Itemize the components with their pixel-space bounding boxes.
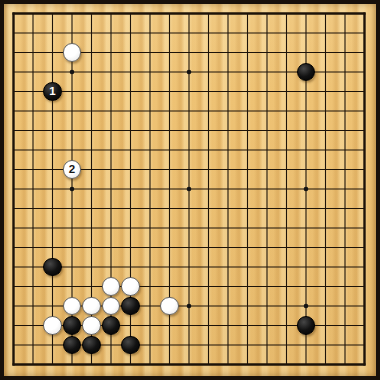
white-stone[interactable] xyxy=(121,277,140,296)
white-stone[interactable] xyxy=(43,316,62,335)
black-stone[interactable] xyxy=(121,297,140,316)
white-stone[interactable] xyxy=(102,297,121,316)
black-stone[interactable] xyxy=(43,258,62,277)
white-stone[interactable] xyxy=(82,297,101,316)
black-stone[interactable] xyxy=(297,63,316,82)
white-stone[interactable] xyxy=(82,316,101,335)
black-stone[interactable] xyxy=(63,336,82,355)
stone-layer: 12 xyxy=(4,4,375,375)
white-stone[interactable] xyxy=(102,277,121,296)
black-stone-move-1[interactable]: 1 xyxy=(43,82,62,101)
black-stone[interactable] xyxy=(82,336,101,355)
move-number-label: 1 xyxy=(49,85,55,97)
white-stone[interactable] xyxy=(160,297,179,316)
black-stone[interactable] xyxy=(121,336,140,355)
white-stone[interactable] xyxy=(63,297,82,316)
move-number-label: 2 xyxy=(69,163,75,175)
black-stone[interactable] xyxy=(102,316,121,335)
go-board-diagram: 12 xyxy=(0,0,380,380)
white-stone[interactable] xyxy=(63,43,82,62)
black-stone[interactable] xyxy=(297,316,316,335)
black-stone[interactable] xyxy=(63,316,82,335)
white-stone-move-2[interactable]: 2 xyxy=(63,160,82,179)
